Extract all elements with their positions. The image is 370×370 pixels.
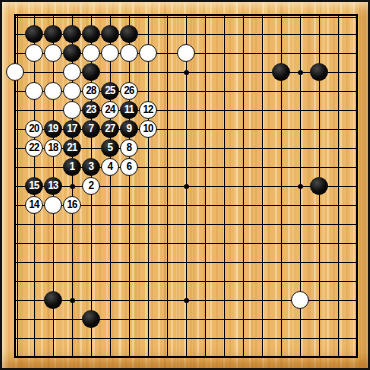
white-stone: [82, 44, 100, 62]
white-stone: 4: [101, 158, 119, 176]
black-stone: [82, 310, 100, 328]
white-stone: 14: [25, 196, 43, 214]
move-number-label: 7: [89, 124, 94, 134]
white-stone: [63, 63, 81, 81]
move-number-label: 17: [67, 124, 77, 134]
white-stone: [44, 82, 62, 100]
black-stone: 9: [120, 120, 138, 138]
move-number-label: 9: [127, 124, 132, 134]
go-board[interactable]: 2825262324111220191772791022182158134615…: [0, 0, 370, 370]
black-stone: [272, 63, 290, 81]
board-stones: 2825262324111220191772791022182158134615…: [6, 6, 367, 367]
white-stone: 12: [139, 101, 157, 119]
black-stone: 15: [25, 177, 43, 195]
white-stone: [139, 44, 157, 62]
move-number-label: 21: [67, 143, 77, 153]
move-number-label: 4: [108, 162, 113, 172]
white-stone: 6: [120, 158, 138, 176]
move-number-label: 23: [86, 105, 96, 115]
black-stone: 7: [82, 120, 100, 138]
move-number-label: 5: [108, 143, 113, 153]
black-stone: 17: [63, 120, 81, 138]
white-stone: 2: [82, 177, 100, 195]
black-stone: 21: [63, 139, 81, 157]
white-stone: 26: [120, 82, 138, 100]
black-stone: 27: [101, 120, 119, 138]
move-number-label: 12: [143, 105, 153, 115]
move-number-label: 2: [89, 181, 94, 191]
black-stone: [44, 25, 62, 43]
black-stone: [63, 44, 81, 62]
white-stone: 8: [120, 139, 138, 157]
white-stone: [25, 44, 43, 62]
black-stone: 3: [82, 158, 100, 176]
move-number-label: 1: [70, 162, 75, 172]
white-stone: 22: [25, 139, 43, 157]
move-number-label: 13: [48, 181, 58, 191]
move-number-label: 10: [143, 124, 153, 134]
black-stone: [82, 25, 100, 43]
black-stone: [82, 63, 100, 81]
black-stone: 5: [101, 139, 119, 157]
black-stone: 13: [44, 177, 62, 195]
white-stone: [44, 196, 62, 214]
black-stone: [101, 25, 119, 43]
move-number-label: 28: [86, 86, 96, 96]
black-stone: [310, 63, 328, 81]
white-stone: [120, 44, 138, 62]
white-stone: 16: [63, 196, 81, 214]
move-number-label: 8: [127, 143, 132, 153]
white-stone: [44, 44, 62, 62]
move-number-label: 11: [124, 105, 133, 115]
white-stone: [63, 101, 81, 119]
white-stone: 18: [44, 139, 62, 157]
move-number-label: 22: [29, 143, 39, 153]
black-stone: [63, 25, 81, 43]
move-number-label: 14: [29, 200, 39, 210]
black-stone: [120, 25, 138, 43]
white-stone: 24: [101, 101, 119, 119]
black-stone: [310, 177, 328, 195]
move-number-label: 3: [89, 162, 94, 172]
white-stone: [291, 291, 309, 309]
white-stone: [25, 82, 43, 100]
white-stone: 28: [82, 82, 100, 100]
move-number-label: 20: [29, 124, 39, 134]
move-number-label: 24: [105, 105, 115, 115]
white-stone: 10: [139, 120, 157, 138]
move-number-label: 19: [48, 124, 58, 134]
move-number-label: 26: [124, 86, 134, 96]
white-stone: [177, 44, 195, 62]
white-stone: 20: [25, 120, 43, 138]
black-stone: 1: [63, 158, 81, 176]
move-number-label: 18: [48, 143, 58, 153]
black-stone: 19: [44, 120, 62, 138]
move-number-label: 25: [105, 86, 115, 96]
white-stone: [101, 44, 119, 62]
move-number-label: 27: [105, 124, 115, 134]
move-number-label: 6: [127, 162, 132, 172]
move-number-label: 15: [29, 181, 39, 191]
black-stone: [44, 291, 62, 309]
white-stone: [63, 82, 81, 100]
black-stone: 11: [120, 101, 138, 119]
black-stone: [25, 25, 43, 43]
move-number-label: 16: [67, 200, 77, 210]
black-stone: 23: [82, 101, 100, 119]
white-stone: [6, 63, 24, 81]
black-stone: 25: [101, 82, 119, 100]
